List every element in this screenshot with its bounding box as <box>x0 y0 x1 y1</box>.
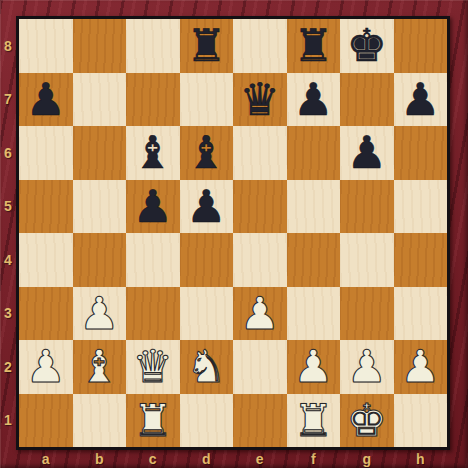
square-c6[interactable]: ♝ <box>126 126 180 180</box>
piece-black-pawn[interactable]: ♟ <box>26 73 66 127</box>
piece-white-queen[interactable]: ♛ <box>133 340 173 394</box>
square-a2[interactable]: ♟ <box>19 340 73 394</box>
square-a4[interactable] <box>19 233 73 287</box>
square-d4[interactable] <box>180 233 234 287</box>
square-b6[interactable] <box>73 126 127 180</box>
square-h3[interactable] <box>394 287 448 341</box>
square-d6[interactable]: ♝ <box>180 126 234 180</box>
piece-white-knight[interactable]: ♞ <box>186 340 226 394</box>
rank-label-5: 5 <box>0 180 16 234</box>
piece-white-king[interactable]: ♚ <box>347 394 387 448</box>
square-f8[interactable]: ♜ <box>287 19 341 73</box>
piece-white-rook[interactable]: ♜ <box>293 394 333 448</box>
square-h7[interactable]: ♟ <box>394 73 448 127</box>
square-e2[interactable] <box>233 340 287 394</box>
square-e4[interactable] <box>233 233 287 287</box>
piece-black-rook[interactable]: ♜ <box>186 19 226 73</box>
square-g3[interactable] <box>340 287 394 341</box>
piece-black-bishop[interactable]: ♝ <box>186 126 226 180</box>
piece-black-queen[interactable]: ♛ <box>240 73 280 127</box>
square-f2[interactable]: ♟ <box>287 340 341 394</box>
square-c7[interactable] <box>126 73 180 127</box>
rank-label-3: 3 <box>0 287 16 341</box>
square-c5[interactable]: ♟ <box>126 180 180 234</box>
square-f6[interactable] <box>287 126 341 180</box>
square-e3[interactable]: ♟ <box>233 287 287 341</box>
file-label-a: a <box>19 449 73 468</box>
square-b5[interactable] <box>73 180 127 234</box>
piece-black-pawn[interactable]: ♟ <box>293 73 333 127</box>
square-a8[interactable] <box>19 19 73 73</box>
piece-white-pawn[interactable]: ♟ <box>240 287 280 341</box>
piece-white-pawn[interactable]: ♟ <box>400 340 440 394</box>
square-b2[interactable]: ♝ <box>73 340 127 394</box>
board-squares: ♜♜♚♟♛♟♟♝♝♟♟♟♟♟♟♝♛♞♟♟♟♜♜♚ <box>19 19 447 447</box>
rank-label-7: 7 <box>0 73 16 127</box>
square-e6[interactable] <box>233 126 287 180</box>
square-c1[interactable]: ♜ <box>126 394 180 448</box>
square-f5[interactable] <box>287 180 341 234</box>
piece-white-pawn[interactable]: ♟ <box>26 340 66 394</box>
square-a7[interactable]: ♟ <box>19 73 73 127</box>
square-d7[interactable] <box>180 73 234 127</box>
square-f1[interactable]: ♜ <box>287 394 341 448</box>
piece-black-pawn[interactable]: ♟ <box>133 180 173 234</box>
square-h1[interactable] <box>394 394 448 448</box>
rank-label-6: 6 <box>0 126 16 180</box>
square-f4[interactable] <box>287 233 341 287</box>
square-d3[interactable] <box>180 287 234 341</box>
square-a1[interactable] <box>19 394 73 448</box>
file-label-e: e <box>233 449 287 468</box>
piece-white-pawn[interactable]: ♟ <box>79 287 119 341</box>
square-d2[interactable]: ♞ <box>180 340 234 394</box>
piece-black-king[interactable]: ♚ <box>347 19 387 73</box>
piece-white-pawn[interactable]: ♟ <box>347 340 387 394</box>
square-g5[interactable] <box>340 180 394 234</box>
rank-labels: 87654321 <box>0 19 16 447</box>
square-c2[interactable]: ♛ <box>126 340 180 394</box>
square-c8[interactable] <box>126 19 180 73</box>
square-d8[interactable]: ♜ <box>180 19 234 73</box>
square-e5[interactable] <box>233 180 287 234</box>
piece-black-pawn[interactable]: ♟ <box>347 126 387 180</box>
square-f3[interactable] <box>287 287 341 341</box>
rank-label-2: 2 <box>0 340 16 394</box>
rank-label-8: 8 <box>0 19 16 73</box>
square-a5[interactable] <box>19 180 73 234</box>
square-f7[interactable]: ♟ <box>287 73 341 127</box>
file-label-f: f <box>287 449 341 468</box>
square-h5[interactable] <box>394 180 448 234</box>
square-b4[interactable] <box>73 233 127 287</box>
file-label-g: g <box>340 449 394 468</box>
file-label-c: c <box>126 449 180 468</box>
file-labels: abcdefgh <box>19 449 447 468</box>
square-g7[interactable] <box>340 73 394 127</box>
board-frame: 87654321 abcdefgh ♜♜♚♟♛♟♟♝♝♟♟♟♟♟♟♝♛♞♟♟♟♜… <box>0 0 468 468</box>
square-g1[interactable]: ♚ <box>340 394 394 448</box>
square-b8[interactable] <box>73 19 127 73</box>
square-c4[interactable] <box>126 233 180 287</box>
file-label-b: b <box>73 449 127 468</box>
piece-black-pawn[interactable]: ♟ <box>400 73 440 127</box>
square-d5[interactable]: ♟ <box>180 180 234 234</box>
square-e1[interactable] <box>233 394 287 448</box>
square-h8[interactable] <box>394 19 448 73</box>
square-h6[interactable] <box>394 126 448 180</box>
piece-black-pawn[interactable]: ♟ <box>186 180 226 234</box>
piece-white-bishop[interactable]: ♝ <box>79 340 119 394</box>
square-h2[interactable]: ♟ <box>394 340 448 394</box>
square-d1[interactable] <box>180 394 234 448</box>
square-b1[interactable] <box>73 394 127 448</box>
square-g2[interactable]: ♟ <box>340 340 394 394</box>
piece-black-bishop[interactable]: ♝ <box>133 126 173 180</box>
square-g4[interactable] <box>340 233 394 287</box>
rank-label-4: 4 <box>0 233 16 287</box>
rank-label-1: 1 <box>0 394 16 448</box>
square-a3[interactable] <box>19 287 73 341</box>
piece-white-rook[interactable]: ♜ <box>133 394 173 448</box>
square-g8[interactable]: ♚ <box>340 19 394 73</box>
square-b3[interactable]: ♟ <box>73 287 127 341</box>
square-e7[interactable]: ♛ <box>233 73 287 127</box>
piece-white-pawn[interactable]: ♟ <box>293 340 333 394</box>
file-label-d: d <box>180 449 234 468</box>
chess-board: ♜♜♚♟♛♟♟♝♝♟♟♟♟♟♟♝♛♞♟♟♟♜♜♚ <box>16 16 450 450</box>
piece-black-rook[interactable]: ♜ <box>293 19 333 73</box>
file-label-h: h <box>394 449 448 468</box>
square-e8[interactable] <box>233 19 287 73</box>
square-b7[interactable] <box>73 73 127 127</box>
square-c3[interactable] <box>126 287 180 341</box>
square-g6[interactable]: ♟ <box>340 126 394 180</box>
square-h4[interactable] <box>394 233 448 287</box>
square-a6[interactable] <box>19 126 73 180</box>
